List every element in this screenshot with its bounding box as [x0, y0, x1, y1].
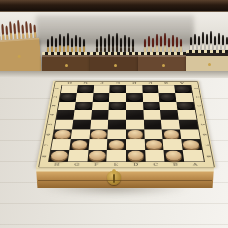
coordinate-label: D	[132, 82, 136, 84]
coordinate-label: E	[116, 82, 120, 84]
square-A7	[181, 139, 201, 150]
square-A3	[176, 102, 194, 111]
square-H7	[51, 139, 71, 150]
coordinate-label: A	[193, 163, 198, 167]
square-F2	[93, 93, 110, 101]
square-C2	[142, 93, 159, 101]
checker-piece-light	[109, 140, 125, 149]
coordinate-label: 4	[49, 114, 55, 116]
square-E8	[107, 150, 126, 161]
square-D4	[126, 110, 144, 119]
square-D6	[126, 129, 144, 139]
upper-shelf	[0, 0, 228, 12]
square-D3	[126, 102, 143, 111]
coordinate-label: 3	[196, 105, 201, 107]
square-G2	[76, 93, 93, 101]
square-D2	[126, 93, 143, 101]
shop-photo: HGFEDCBA HGFEDCBA 12345678 12345678	[0, 0, 228, 228]
coordinate-label: 1	[54, 88, 59, 89]
square-D1	[126, 85, 142, 93]
square-C8	[145, 150, 165, 161]
square-F6	[89, 129, 108, 139]
square-E5	[108, 120, 126, 130]
checkers-board: HGFEDCBA HGFEDCBA 12345678 12345678	[36, 81, 216, 168]
coords-bottom: HGFEDCBA	[47, 162, 206, 167]
square-G7	[69, 139, 89, 150]
coordinate-label: A	[181, 82, 185, 84]
coords-top: HGFEDCBA	[61, 81, 191, 84]
square-C5	[144, 120, 162, 130]
square-F8	[87, 150, 107, 161]
brass-clasp-icon	[107, 171, 121, 185]
square-B6	[162, 129, 181, 139]
coordinate-label: H	[54, 163, 60, 167]
square-C4	[143, 110, 161, 119]
square-H1	[60, 85, 77, 93]
square-E4	[108, 110, 126, 119]
coordinate-label: 6	[201, 134, 207, 136]
square-G5	[72, 120, 91, 130]
coordinate-label: 2	[195, 96, 200, 97]
coordinate-label: 2	[52, 96, 57, 97]
checker-piece-light	[165, 151, 182, 160]
board-squares	[48, 85, 205, 162]
checker-piece-light	[127, 130, 142, 138]
square-C3	[143, 102, 161, 111]
square-A8	[183, 150, 204, 161]
coordinate-label: 6	[45, 134, 51, 136]
checker-piece-light	[183, 140, 200, 149]
square-A1	[174, 85, 191, 93]
coordinate-label: E	[114, 163, 118, 167]
coordinate-label: 1	[193, 88, 198, 89]
square-H5	[54, 120, 73, 130]
coordinate-label: F	[94, 163, 98, 167]
coordinate-label: B	[164, 82, 168, 84]
checker-piece-dark	[60, 94, 75, 101]
square-B8	[164, 150, 184, 161]
square-D7	[126, 139, 145, 150]
square-B5	[161, 120, 180, 130]
checker-piece-dark	[78, 86, 92, 93]
checker-piece-dark	[144, 102, 159, 109]
square-H3	[57, 102, 75, 111]
checker-piece-dark	[111, 86, 125, 93]
coordinate-label: H	[67, 82, 72, 84]
square-A4	[177, 110, 196, 119]
checker-piece-dark	[143, 86, 157, 93]
checker-piece-light	[91, 130, 107, 138]
checker-piece-dark	[175, 86, 190, 93]
square-A5	[179, 120, 198, 130]
square-G3	[75, 102, 93, 111]
square-D5	[126, 120, 144, 130]
square-F7	[88, 139, 107, 150]
square-E6	[108, 129, 126, 139]
coordinate-label: B	[173, 163, 178, 167]
square-F3	[92, 102, 110, 111]
square-E2	[109, 93, 126, 101]
checker-piece-dark	[178, 102, 193, 109]
square-H2	[59, 93, 77, 101]
square-H8	[49, 150, 70, 161]
square-H6	[52, 129, 72, 139]
checker-piece-dark	[127, 94, 141, 101]
coordinate-label: C	[148, 82, 152, 84]
square-E7	[107, 139, 126, 150]
coordinate-label: 5	[47, 124, 53, 126]
checker-piece-light	[54, 130, 71, 138]
square-H4	[56, 110, 75, 119]
square-A6	[180, 129, 200, 139]
square-B2	[159, 93, 176, 101]
checker-piece-light	[89, 151, 106, 160]
coordinate-label: 7	[43, 144, 49, 146]
coordinate-label: 7	[203, 144, 209, 146]
checker-piece-light	[146, 140, 162, 149]
square-A2	[175, 93, 193, 101]
coordinate-label: 5	[199, 124, 205, 126]
square-C1	[142, 85, 159, 93]
square-G1	[77, 85, 94, 93]
coordinate-label: F	[100, 82, 104, 84]
square-C7	[144, 139, 163, 150]
coordinate-label: 3	[50, 105, 55, 107]
square-G6	[71, 129, 90, 139]
checker-piece-dark	[160, 94, 175, 101]
checker-piece-dark	[110, 102, 124, 109]
square-D8	[126, 150, 145, 161]
square-B1	[158, 85, 175, 93]
coordinate-label: 8	[205, 155, 211, 157]
coordinate-label: 8	[41, 155, 47, 157]
coordinate-label: 4	[198, 114, 204, 116]
board-front-edge	[36, 167, 214, 188]
coordinate-label: G	[84, 82, 88, 84]
square-B7	[163, 139, 183, 150]
checker-piece-dark	[94, 94, 108, 101]
square-G4	[73, 110, 91, 119]
square-B4	[160, 110, 178, 119]
square-B3	[159, 102, 177, 111]
checker-piece-light	[163, 130, 179, 138]
coordinate-label: G	[74, 163, 79, 167]
checker-piece-light	[71, 140, 88, 149]
wall-shadow	[36, 15, 194, 45]
checker-piece-light	[50, 151, 67, 160]
square-F5	[90, 120, 108, 130]
square-G8	[68, 150, 88, 161]
square-C6	[144, 129, 163, 139]
checker-piece-light	[128, 151, 144, 160]
coordinate-label: C	[153, 163, 158, 167]
square-F4	[91, 110, 109, 119]
coordinate-label: D	[133, 163, 138, 167]
checker-piece-dark	[76, 102, 91, 109]
square-E1	[110, 85, 126, 93]
square-F1	[93, 85, 110, 93]
square-E3	[109, 102, 126, 111]
